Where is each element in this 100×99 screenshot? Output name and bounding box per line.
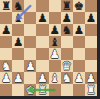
piece-white-pawn: ♟ xyxy=(0,72,12,84)
square-h5[interactable] xyxy=(85,36,97,48)
piece-white-knight: ♞ xyxy=(61,72,73,84)
square-d4[interactable] xyxy=(36,48,48,60)
piece-black-pawn: ♟ xyxy=(85,12,97,24)
square-d6[interactable] xyxy=(36,24,48,36)
piece-black-pawn: ♟ xyxy=(0,24,12,36)
square-c6[interactable] xyxy=(24,24,36,36)
square-c1[interactable]: ♚ xyxy=(24,84,36,96)
square-h1[interactable]: ♜ xyxy=(85,84,97,96)
piece-white-pawn: ♟ xyxy=(73,72,85,84)
square-h7[interactable]: ♟ xyxy=(85,12,97,24)
square-a1[interactable] xyxy=(0,84,12,96)
piece-white-bishop: ♝ xyxy=(49,72,61,84)
square-g2[interactable]: ♟ xyxy=(73,72,85,84)
square-f2[interactable]: ♞ xyxy=(61,72,73,84)
square-e8[interactable] xyxy=(49,0,61,12)
square-d1[interactable]: ♜ xyxy=(36,84,48,96)
piece-white-king: ♚ xyxy=(24,84,36,96)
square-g4[interactable] xyxy=(73,48,85,60)
board-container: ♜♞♜♚♝♟♟♟♟♟♞♟♟♝♟♞♟♛♟♟♟♝♞♟♟♚♜♜ xyxy=(0,0,100,99)
piece-white-pawn: ♟ xyxy=(24,60,36,72)
square-h6[interactable] xyxy=(85,24,97,36)
piece-white-pawn: ♟ xyxy=(12,72,24,84)
square-g6[interactable]: ♟ xyxy=(73,24,85,36)
square-c7[interactable] xyxy=(24,12,36,24)
piece-black-pawn: ♟ xyxy=(36,12,48,24)
piece-black-rook: ♜ xyxy=(0,0,12,12)
square-c3[interactable]: ♟ xyxy=(24,60,36,72)
square-b1[interactable] xyxy=(12,84,24,96)
square-b4[interactable] xyxy=(12,48,24,60)
piece-white-pawn: ♟ xyxy=(49,48,61,60)
square-b2[interactable]: ♟ xyxy=(12,72,24,84)
square-b5[interactable]: ♟ xyxy=(12,36,24,48)
square-c8[interactable] xyxy=(24,0,36,12)
piece-black-pawn: ♟ xyxy=(73,24,85,36)
square-a5[interactable] xyxy=(0,36,12,48)
square-f5[interactable] xyxy=(61,36,73,48)
chess-board: ♜♞♜♚♝♟♟♟♟♟♞♟♟♝♟♞♟♛♟♟♟♝♞♟♟♚♜♜ xyxy=(0,0,97,96)
square-e4[interactable]: ♟ xyxy=(49,48,61,60)
piece-black-pawn: ♟ xyxy=(12,36,24,48)
square-f1[interactable] xyxy=(61,84,73,96)
square-d5[interactable] xyxy=(36,36,48,48)
piece-black-bishop: ♝ xyxy=(12,12,24,24)
square-f6[interactable]: ♞ xyxy=(61,24,73,36)
piece-black-knight: ♞ xyxy=(61,24,73,36)
square-a2[interactable]: ♟ xyxy=(0,72,12,84)
square-a6[interactable]: ♟ xyxy=(0,24,12,36)
square-c5[interactable] xyxy=(24,36,36,48)
piece-white-rook: ♜ xyxy=(36,84,48,96)
square-e1[interactable] xyxy=(49,84,61,96)
square-d7[interactable]: ♟ xyxy=(36,12,48,24)
piece-white-rook: ♜ xyxy=(85,84,97,96)
square-g1[interactable] xyxy=(73,84,85,96)
piece-black-king: ♚ xyxy=(73,0,85,12)
square-h4[interactable] xyxy=(85,48,97,60)
square-a8[interactable]: ♜ xyxy=(0,0,12,12)
square-g5[interactable] xyxy=(73,36,85,48)
square-b7[interactable]: ♝ xyxy=(12,12,24,24)
square-e2[interactable]: ♝ xyxy=(49,72,61,84)
square-g8[interactable]: ♚ xyxy=(73,0,85,12)
